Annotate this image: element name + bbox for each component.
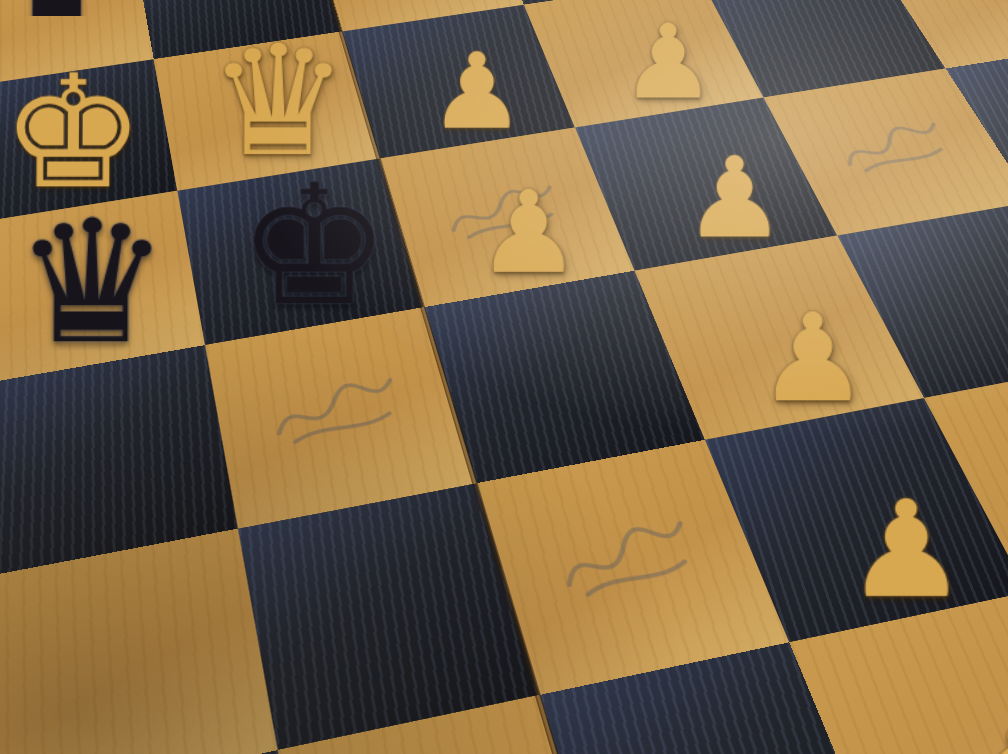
piece-black-queen: ♛ bbox=[13, 197, 171, 367]
piece-white-pawn: ♟ bbox=[756, 298, 869, 420]
piece-black-rook: ♜ bbox=[0, 0, 117, 76]
piece-white-king: ♚ bbox=[0, 54, 145, 210]
piece-white-pawn: ♟ bbox=[683, 143, 787, 255]
piece-white-pawn: ♟ bbox=[951, 709, 1008, 754]
pencil-scribble bbox=[537, 505, 719, 618]
board-grid: ♞♜♜♞♛♝♝♜♟♟♚♛♟♟♛♟♟♛♚♟♟♝♟♟♞♟♟♜♟ bbox=[0, 0, 1008, 754]
piece-black-knight: ♞ bbox=[189, 0, 307, 48]
piece-white-pawn: ♟ bbox=[844, 484, 968, 618]
pencil-scribble bbox=[429, 174, 579, 254]
piece-white-pawn: ♟ bbox=[620, 11, 716, 114]
piece-white-pawn: ♟ bbox=[428, 40, 525, 145]
piece-white-queen: ♛ bbox=[963, 0, 1008, 57]
piece-white-queen: ♛ bbox=[207, 24, 349, 177]
chess-photo-scene: ♞♜♜♞♛♝♝♜♟♟♚♛♟♟♛♟♟♛♚♟♟♝♟♟♞♟♟♜♟ bbox=[0, 0, 1008, 754]
square-e6: ♟ bbox=[380, 128, 635, 308]
piece-black-king: ♚ bbox=[237, 162, 391, 328]
chessboard: ♞♜♜♞♛♝♝♜♟♟♚♛♟♟♛♟♟♛♚♟♟♝♟♟♞♟♟♜♟ bbox=[0, 0, 1008, 754]
pencil-scribble bbox=[818, 112, 971, 186]
board-rim: ♞♜♜♞♛♝♝♜♟♟♚♛♟♟♛♟♟♛♚♟♟♝♟♟♞♟♟♜♟ bbox=[0, 0, 1008, 754]
pencil-scribble bbox=[255, 364, 418, 462]
